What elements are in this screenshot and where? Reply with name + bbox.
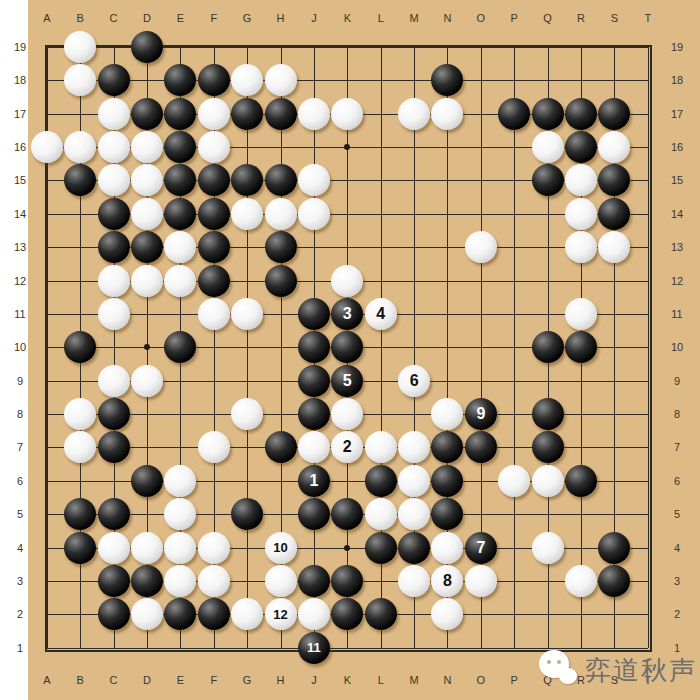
move-number-label: 9: [476, 406, 485, 422]
stone-M9: 6: [398, 365, 430, 397]
move-number-label: 6: [410, 373, 419, 389]
stone-D13: [131, 231, 163, 263]
stone-E5: [164, 498, 196, 530]
stone-E15: [164, 164, 196, 196]
stone-M17: [398, 98, 430, 130]
stone-K9: 5: [331, 365, 363, 397]
stone-R14: [565, 198, 597, 230]
stone-G14: [231, 198, 263, 230]
stone-C5: [98, 498, 130, 530]
stone-K7: 2: [331, 431, 363, 463]
stone-Q8: [532, 398, 564, 430]
row-label-left: 5: [17, 508, 23, 520]
column-label-top: T: [644, 12, 651, 24]
stone-C16: [98, 131, 130, 163]
row-label-right: 17: [671, 108, 683, 120]
stone-K10: [331, 331, 363, 363]
row-label-left: 17: [14, 108, 26, 120]
stone-J8: [298, 398, 330, 430]
column-label-top: H: [277, 12, 285, 24]
row-label-right: 5: [674, 508, 680, 520]
stone-N5: [431, 498, 463, 530]
stone-J2: [298, 598, 330, 630]
column-label-bottom: N: [443, 674, 451, 686]
column-label-bottom: A: [43, 674, 50, 686]
stone-L2: [365, 598, 397, 630]
stone-F16: [198, 131, 230, 163]
stone-R16: [565, 131, 597, 163]
stone-C2: [98, 598, 130, 630]
stone-Q16: [532, 131, 564, 163]
stone-P17: [498, 98, 530, 130]
star-point: [344, 144, 350, 150]
stone-N8: [431, 398, 463, 430]
column-label-top: G: [243, 12, 252, 24]
stone-J3: [298, 565, 330, 597]
stone-G8: [231, 398, 263, 430]
row-label-left: 13: [14, 241, 26, 253]
stone-J7: [298, 431, 330, 463]
stone-E12: [164, 265, 196, 297]
stone-M5: [398, 498, 430, 530]
column-label-top: F: [210, 12, 217, 24]
stone-P6: [498, 465, 530, 497]
stone-B18: [64, 64, 96, 96]
stone-F15: [198, 164, 230, 196]
stone-H7: [265, 431, 297, 463]
row-label-right: 18: [671, 74, 683, 86]
stone-H17: [265, 98, 297, 130]
column-label-bottom: F: [210, 674, 217, 686]
column-label-bottom: E: [177, 674, 184, 686]
stone-L6: [365, 465, 397, 497]
stone-B15: [64, 164, 96, 196]
column-label-top: B: [77, 12, 84, 24]
row-label-right: 14: [671, 208, 683, 220]
row-label-right: 3: [674, 575, 680, 587]
stone-K2: [331, 598, 363, 630]
publisher-logo-text: 弈道秋声: [585, 653, 697, 688]
chat-bubbles-icon: [537, 648, 581, 692]
row-label-right: 6: [674, 475, 680, 487]
stone-K3: [331, 565, 363, 597]
small-bubble: [559, 668, 577, 684]
stone-K12: [331, 265, 363, 297]
stone-Q15: [532, 164, 564, 196]
row-label-left: 9: [17, 375, 23, 387]
eye-dot: [547, 660, 551, 664]
stone-B4: [64, 532, 96, 564]
stone-M6: [398, 465, 430, 497]
stone-C11: [98, 298, 130, 330]
stone-C9: [98, 365, 130, 397]
stone-L7: [365, 431, 397, 463]
stone-S17: [598, 98, 630, 130]
stone-F2: [198, 598, 230, 630]
column-label-top: A: [43, 12, 50, 24]
row-label-right: 11: [671, 308, 682, 320]
stone-J9: [298, 365, 330, 397]
star-point: [144, 344, 150, 350]
column-label-bottom: M: [409, 674, 418, 686]
stone-R13: [565, 231, 597, 263]
stone-B19: [64, 31, 96, 63]
stone-M4: [398, 532, 430, 564]
row-label-right: 15: [671, 174, 683, 186]
stone-D15: [131, 164, 163, 196]
stone-O3: [465, 565, 497, 597]
stone-S14: [598, 198, 630, 230]
column-label-top: M: [409, 12, 418, 24]
stone-L5: [365, 498, 397, 530]
row-label-left: 1: [17, 642, 23, 654]
column-label-bottom: G: [243, 674, 252, 686]
column-label-bottom: C: [110, 674, 118, 686]
stone-M7: [398, 431, 430, 463]
stone-J14: [298, 198, 330, 230]
row-label-left: 6: [17, 475, 23, 487]
column-label-top: R: [577, 12, 585, 24]
row-label-left: 14: [14, 208, 26, 220]
column-label-top: Q: [543, 12, 552, 24]
stone-F12: [198, 265, 230, 297]
stone-J11: [298, 298, 330, 330]
stone-F7: [198, 431, 230, 463]
column-label-top: K: [344, 12, 351, 24]
stone-H13: [265, 231, 297, 263]
stone-G15: [231, 164, 263, 196]
stone-J17: [298, 98, 330, 130]
stone-J6: 1: [298, 465, 330, 497]
stone-G5: [231, 498, 263, 530]
stone-E16: [164, 131, 196, 163]
stone-D12: [131, 265, 163, 297]
row-label-left: 16: [14, 141, 26, 153]
stone-G17: [231, 98, 263, 130]
stone-C15: [98, 164, 130, 196]
stone-O4: 7: [465, 532, 497, 564]
stone-D14: [131, 198, 163, 230]
stone-E6: [164, 465, 196, 497]
go-diagram: AA1919BB1818CC1717DD1616EE1515FF1414GG13…: [0, 0, 700, 700]
row-label-left: 2: [17, 608, 23, 620]
row-label-right: 10: [671, 341, 683, 353]
column-label-bottom: D: [143, 674, 151, 686]
stone-C18: [98, 64, 130, 96]
stone-R6: [565, 465, 597, 497]
move-number-label: 10: [273, 541, 287, 554]
column-label-bottom: L: [378, 674, 384, 686]
stone-S15: [598, 164, 630, 196]
row-label-left: 3: [17, 575, 23, 587]
row-label-right: 19: [671, 41, 683, 53]
row-label-right: 13: [671, 241, 683, 253]
stone-K8: [331, 398, 363, 430]
stone-N17: [431, 98, 463, 130]
row-label-left: 15: [14, 174, 26, 186]
stone-H3: [265, 565, 297, 597]
stone-H14: [265, 198, 297, 230]
stone-D9: [131, 365, 163, 397]
stone-R15: [565, 164, 597, 196]
stone-E13: [164, 231, 196, 263]
stone-E14: [164, 198, 196, 230]
stone-N18: [431, 64, 463, 96]
row-label-right: 9: [674, 375, 680, 387]
stone-R11: [565, 298, 597, 330]
stone-R10: [565, 331, 597, 363]
stone-S13: [598, 231, 630, 263]
stone-N3: 8: [431, 565, 463, 597]
stone-D17: [131, 98, 163, 130]
stone-H15: [265, 164, 297, 196]
move-number-label: 8: [443, 573, 452, 589]
row-label-left: 10: [14, 341, 26, 353]
stone-C14: [98, 198, 130, 230]
stone-H18: [265, 64, 297, 96]
stone-S4: [598, 532, 630, 564]
move-number-label: 12: [273, 608, 287, 621]
stone-G18: [231, 64, 263, 96]
stone-D3: [131, 565, 163, 597]
row-label-left: 7: [17, 441, 23, 453]
stone-H2: 12: [265, 598, 297, 630]
stone-D6: [131, 465, 163, 497]
move-number-label: 4: [376, 306, 385, 322]
row-label-right: 12: [671, 275, 683, 287]
column-label-top: D: [143, 12, 151, 24]
column-label-top: J: [311, 12, 317, 24]
stone-A16: [31, 131, 63, 163]
stone-O7: [465, 431, 497, 463]
column-label-bottom: H: [277, 674, 285, 686]
stone-F3: [198, 565, 230, 597]
stone-F14: [198, 198, 230, 230]
stone-M3: [398, 565, 430, 597]
stone-L4: [365, 532, 397, 564]
stone-E4: [164, 532, 196, 564]
stone-L11: 4: [365, 298, 397, 330]
stone-G2: [231, 598, 263, 630]
column-label-top: P: [511, 12, 518, 24]
star-point: [344, 545, 350, 551]
stone-O13: [465, 231, 497, 263]
move-number-label: 5: [343, 373, 352, 389]
stone-S3: [598, 565, 630, 597]
move-number-label: 11: [307, 641, 321, 654]
stone-E10: [164, 331, 196, 363]
column-label-bottom: P: [511, 674, 518, 686]
stone-B5: [64, 498, 96, 530]
row-label-left: 4: [17, 542, 23, 554]
stone-Q6: [532, 465, 564, 497]
eye-dot: [557, 660, 561, 664]
stone-E17: [164, 98, 196, 130]
move-number-label: 1: [309, 473, 318, 489]
stone-Q4: [532, 532, 564, 564]
column-label-bottom: J: [311, 674, 317, 686]
stone-N6: [431, 465, 463, 497]
stone-C13: [98, 231, 130, 263]
stone-F17: [198, 98, 230, 130]
stone-J5: [298, 498, 330, 530]
column-label-top: S: [611, 12, 618, 24]
stone-B10: [64, 331, 96, 363]
column-label-top: E: [177, 12, 184, 24]
stone-D4: [131, 532, 163, 564]
row-label-right: 16: [671, 141, 683, 153]
stone-N2: [431, 598, 463, 630]
row-label-right: 2: [674, 608, 680, 620]
stone-N4: [431, 532, 463, 564]
move-number-label: 3: [343, 306, 352, 322]
stone-S16: [598, 131, 630, 163]
column-label-top: O: [477, 12, 486, 24]
stone-D2: [131, 598, 163, 630]
stone-F4: [198, 532, 230, 564]
stone-F13: [198, 231, 230, 263]
stone-C3: [98, 565, 130, 597]
stone-E2: [164, 598, 196, 630]
stone-K5: [331, 498, 363, 530]
column-label-top: N: [443, 12, 451, 24]
stone-J15: [298, 164, 330, 196]
stone-D16: [131, 131, 163, 163]
stone-H12: [265, 265, 297, 297]
column-label-bottom: B: [77, 674, 84, 686]
stone-O8: 9: [465, 398, 497, 430]
stone-J10: [298, 331, 330, 363]
stone-B16: [64, 131, 96, 163]
stone-K17: [331, 98, 363, 130]
stone-Q17: [532, 98, 564, 130]
stone-J1: 11: [298, 632, 330, 664]
stone-K11: 3: [331, 298, 363, 330]
stone-R3: [565, 565, 597, 597]
column-label-top: C: [110, 12, 118, 24]
row-label-left: 8: [17, 408, 23, 420]
stone-E3: [164, 565, 196, 597]
row-label-left: 12: [14, 275, 26, 287]
stone-H4: 10: [265, 532, 297, 564]
stone-C4: [98, 532, 130, 564]
stone-B7: [64, 431, 96, 463]
column-label-top: L: [378, 12, 384, 24]
row-label-right: 8: [674, 408, 680, 420]
stone-D19: [131, 31, 163, 63]
row-label-left: 11: [14, 308, 25, 320]
stone-F18: [198, 64, 230, 96]
stone-C17: [98, 98, 130, 130]
row-label-right: 4: [674, 542, 680, 554]
row-label-left: 19: [14, 41, 26, 53]
column-label-bottom: O: [477, 674, 486, 686]
stone-C8: [98, 398, 130, 430]
column-label-bottom: K: [344, 674, 351, 686]
stone-Q7: [532, 431, 564, 463]
stone-B8: [64, 398, 96, 430]
row-label-right: 7: [674, 441, 680, 453]
stone-F11: [198, 298, 230, 330]
stone-C7: [98, 431, 130, 463]
publisher-logo: 弈道秋声: [537, 648, 697, 692]
move-number-label: 2: [343, 439, 352, 455]
stone-N7: [431, 431, 463, 463]
stone-R17: [565, 98, 597, 130]
move-number-label: 7: [476, 540, 485, 556]
stone-G11: [231, 298, 263, 330]
stone-C12: [98, 265, 130, 297]
stone-E18: [164, 64, 196, 96]
stone-Q10: [532, 331, 564, 363]
row-label-left: 18: [14, 74, 26, 86]
